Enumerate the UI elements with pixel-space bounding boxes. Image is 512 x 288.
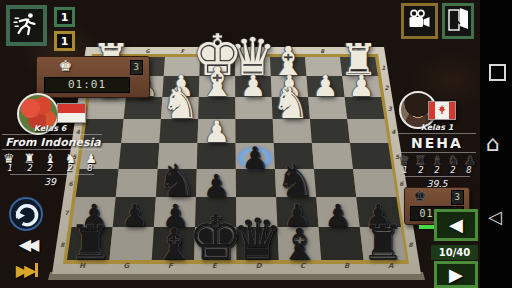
white-material-score: 39	[0, 176, 100, 187]
captured-rook-count: 2	[414, 166, 428, 175]
white-player-name: From Indonesia	[0, 136, 106, 149]
maple-leaf-icon	[438, 105, 446, 114]
captured-knight-count: 2	[63, 164, 77, 173]
rank-label-right-2: 2	[384, 83, 388, 90]
captured-pawn-count: 8	[462, 166, 476, 175]
white-clock-badge: 3	[130, 60, 143, 75]
piece-white-pawn-d2[interactable]: ♟	[240, 72, 266, 101]
next-move-button[interactable]: ▶	[434, 261, 478, 288]
exit-door-icon	[447, 7, 469, 36]
captured-bishop-count: 2	[43, 164, 57, 173]
rank-label-right-3: 3	[388, 105, 392, 112]
speed-badge-green: 1	[54, 7, 75, 27]
piece-black-knight-f6[interactable]: ♞	[157, 159, 197, 203]
white-player-label: Kelas 6	[0, 124, 100, 133]
black-player-name: NEHA	[396, 135, 478, 151]
piece-white-pawn-b2[interactable]: ♟	[312, 72, 338, 101]
double-right-triangle-icon: ▶▶	[16, 261, 33, 280]
rewind-button[interactable]: ◀◀	[5, 232, 49, 256]
left-triangle-icon: ◀	[449, 214, 463, 236]
captured-queen-count: 1	[3, 164, 17, 173]
right-triangle-icon: ▶	[449, 264, 463, 286]
white-captured-counts: 12228	[3, 164, 97, 173]
captured-rook-count: 2	[23, 164, 37, 173]
captured-knight-count: 2	[446, 166, 460, 175]
file-label-top-F: F	[181, 48, 184, 54]
prev-move-button[interactable]: ◀	[434, 209, 478, 241]
speed-button[interactable]	[6, 5, 47, 46]
piece-white-bishop-e2[interactable]: ♝	[199, 62, 235, 102]
captured-queen-count: 1	[398, 166, 412, 175]
piece-black-bishop-c8[interactable]: ♝	[280, 223, 319, 266]
canada-flag	[428, 101, 456, 120]
record-button[interactable]	[401, 3, 438, 39]
indonesia-flag	[57, 103, 86, 123]
black-clock-badge: 3	[451, 190, 464, 205]
rank-label-right-4: 4	[391, 128, 395, 135]
runner-icon	[13, 11, 40, 41]
rank-label-left-8: 8	[60, 240, 64, 247]
file-label-top-B: B	[321, 48, 325, 54]
game-screen: HHGGFFEEDDCCBBAA1122334455667788♜♝♛♚♝♜♟♟…	[0, 0, 512, 288]
piece-black-knight-c6[interactable]: ♞	[275, 159, 315, 203]
white-clock: ♚ 3 01:01	[36, 56, 150, 98]
fast-forward-button[interactable]: ▶▶	[5, 258, 49, 282]
piece-white-pawn-e4[interactable]: ♟	[203, 118, 230, 148]
white-clock-time: 01:01	[44, 77, 130, 93]
black-captured-counts: 12228	[398, 166, 476, 175]
black-king-icon: ♚	[413, 189, 426, 204]
piece-black-pawn-g7[interactable]: ♟	[121, 201, 148, 232]
file-label-bottom-B: B	[344, 262, 349, 270]
rank-label-right-1: 1	[381, 63, 385, 70]
undo-circular-arrow-icon	[7, 195, 45, 236]
file-label-top-G: G	[145, 48, 149, 54]
captured-bishop-count: 2	[430, 166, 444, 175]
white-king-icon: ♚	[59, 59, 72, 74]
home-icon[interactable]: ⌂	[486, 133, 500, 155]
piece-black-pawn-b7[interactable]: ♟	[324, 201, 351, 232]
piece-white-knight-f3[interactable]: ♞	[161, 82, 199, 125]
piece-black-bishop-f8[interactable]: ♝	[154, 223, 193, 266]
skip-bar	[35, 263, 38, 277]
speed-badge-yellow: 1	[54, 31, 75, 51]
double-left-triangle-icon: ◀◀	[19, 235, 36, 254]
camcorder-icon	[407, 9, 432, 33]
back-triangle-icon[interactable]: ◁	[488, 208, 502, 226]
piece-white-knight-c3[interactable]: ♞	[271, 82, 309, 125]
piece-black-pawn-d5[interactable]: ♟	[242, 143, 269, 173]
android-nav-bar: ⌂ ◁	[480, 0, 512, 288]
recents-square-icon[interactable]	[489, 64, 506, 81]
piece-white-pawn-a2[interactable]: ♟	[349, 72, 375, 101]
exit-button[interactable]	[442, 3, 474, 39]
move-counter: 10/40	[431, 245, 478, 260]
captured-pawn-count: 8	[83, 164, 97, 173]
undo-button[interactable]	[7, 196, 45, 234]
black-player-label: Kelas 1	[396, 123, 478, 132]
piece-black-king-e8[interactable]: ♚	[188, 207, 244, 269]
piece-black-pawn-e6[interactable]: ♟	[203, 171, 230, 201]
piece-black-rook-a8[interactable]: ♜	[361, 219, 404, 267]
file-label-bottom-G: G	[123, 262, 129, 270]
piece-black-rook-h8[interactable]: ♜	[69, 219, 112, 267]
rank-label-right-8: 8	[408, 240, 412, 247]
